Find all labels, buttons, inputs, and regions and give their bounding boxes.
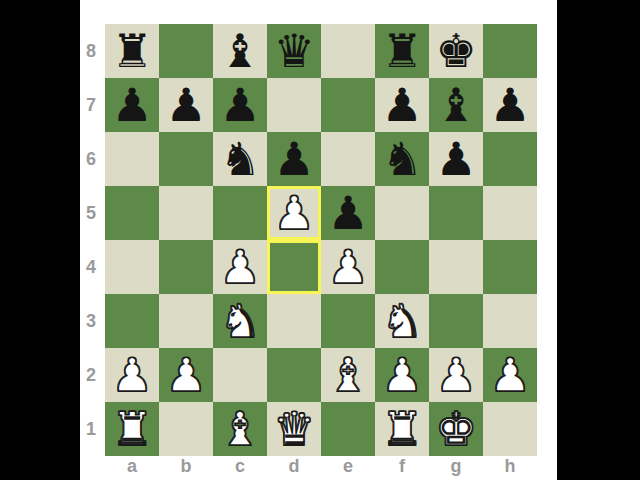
square-e6[interactable] — [321, 132, 375, 186]
square-f5[interactable] — [375, 186, 429, 240]
square-e5[interactable]: ♟ — [321, 186, 375, 240]
piece-black-knight[interactable]: ♞ — [381, 132, 422, 186]
square-f4[interactable] — [375, 240, 429, 294]
square-d8[interactable]: ♛ — [267, 24, 321, 78]
square-f1[interactable]: ♜ — [375, 402, 429, 456]
square-d6[interactable]: ♟ — [267, 132, 321, 186]
square-a1[interactable]: ♜ — [105, 402, 159, 456]
square-g2[interactable]: ♟ — [429, 348, 483, 402]
piece-white-pawn[interactable]: ♟ — [165, 348, 206, 402]
file-label-e: e — [321, 454, 375, 478]
file-label-h: h — [483, 454, 537, 478]
square-b5[interactable] — [159, 186, 213, 240]
piece-white-pawn[interactable]: ♟ — [327, 240, 368, 294]
square-c5[interactable] — [213, 186, 267, 240]
letterbox-right — [557, 0, 640, 480]
square-b4[interactable] — [159, 240, 213, 294]
chess-board: ♜♝♛♜♚♟♟♟♟♝♟♞♟♞♟♟♟♟♟♞♞♟♟♝♟♟♟♜♝♛♜♚ — [105, 24, 537, 456]
piece-black-bishop[interactable]: ♝ — [435, 78, 476, 132]
piece-white-pawn[interactable]: ♟ — [381, 348, 422, 402]
piece-black-pawn[interactable]: ♟ — [165, 78, 206, 132]
square-h6[interactable] — [483, 132, 537, 186]
square-e2[interactable]: ♝ — [321, 348, 375, 402]
square-g7[interactable]: ♝ — [429, 78, 483, 132]
square-g8[interactable]: ♚ — [429, 24, 483, 78]
rank-labels: 87654321 — [80, 24, 102, 456]
piece-black-pawn[interactable]: ♟ — [435, 132, 476, 186]
piece-black-knight[interactable]: ♞ — [219, 132, 260, 186]
square-d4[interactable] — [267, 240, 321, 294]
square-h5[interactable] — [483, 186, 537, 240]
piece-black-pawn[interactable]: ♟ — [489, 78, 530, 132]
square-e7[interactable] — [321, 78, 375, 132]
square-b6[interactable] — [159, 132, 213, 186]
rank-label-5: 5 — [80, 186, 102, 240]
piece-white-knight[interactable]: ♞ — [381, 294, 422, 348]
file-label-c: c — [213, 454, 267, 478]
square-h7[interactable]: ♟ — [483, 78, 537, 132]
rank-label-6: 6 — [80, 132, 102, 186]
square-b7[interactable]: ♟ — [159, 78, 213, 132]
square-a5[interactable] — [105, 186, 159, 240]
square-c1[interactable]: ♝ — [213, 402, 267, 456]
square-g1[interactable]: ♚ — [429, 402, 483, 456]
square-e1[interactable] — [321, 402, 375, 456]
square-c6[interactable]: ♞ — [213, 132, 267, 186]
square-a3[interactable] — [105, 294, 159, 348]
square-d1[interactable]: ♛ — [267, 402, 321, 456]
file-label-d: d — [267, 454, 321, 478]
square-f6[interactable]: ♞ — [375, 132, 429, 186]
piece-white-knight[interactable]: ♞ — [219, 294, 260, 348]
piece-white-bishop[interactable]: ♝ — [219, 402, 260, 456]
letterbox-left — [0, 0, 80, 480]
piece-white-bishop[interactable]: ♝ — [327, 348, 368, 402]
piece-white-rook[interactable]: ♜ — [111, 402, 152, 456]
square-c2[interactable] — [213, 348, 267, 402]
piece-white-queen[interactable]: ♛ — [273, 402, 314, 456]
piece-white-king[interactable]: ♚ — [435, 402, 476, 456]
square-c7[interactable]: ♟ — [213, 78, 267, 132]
file-label-f: f — [375, 454, 429, 478]
file-label-a: a — [105, 454, 159, 478]
square-g5[interactable] — [429, 186, 483, 240]
square-h8[interactable] — [483, 24, 537, 78]
rank-label-3: 3 — [80, 294, 102, 348]
square-g6[interactable]: ♟ — [429, 132, 483, 186]
piece-black-queen[interactable]: ♛ — [273, 24, 314, 78]
square-c4[interactable]: ♟ — [213, 240, 267, 294]
square-a2[interactable]: ♟ — [105, 348, 159, 402]
square-a8[interactable]: ♜ — [105, 24, 159, 78]
file-labels: abcdefgh — [105, 454, 537, 478]
piece-black-pawn[interactable]: ♟ — [273, 132, 314, 186]
piece-black-bishop[interactable]: ♝ — [219, 24, 260, 78]
square-d3[interactable] — [267, 294, 321, 348]
square-b2[interactable]: ♟ — [159, 348, 213, 402]
square-b1[interactable] — [159, 402, 213, 456]
square-d5[interactable]: ♟ — [267, 186, 321, 240]
piece-black-pawn[interactable]: ♟ — [327, 186, 368, 240]
square-b3[interactable] — [159, 294, 213, 348]
piece-black-pawn[interactable]: ♟ — [381, 78, 422, 132]
square-f7[interactable]: ♟ — [375, 78, 429, 132]
piece-black-king[interactable]: ♚ — [435, 24, 476, 78]
rank-label-1: 1 — [80, 402, 102, 456]
rank-label-2: 2 — [80, 348, 102, 402]
square-c3[interactable]: ♞ — [213, 294, 267, 348]
piece-black-pawn[interactable]: ♟ — [219, 78, 260, 132]
piece-white-pawn[interactable]: ♟ — [219, 240, 260, 294]
file-label-g: g — [429, 454, 483, 478]
square-e3[interactable] — [321, 294, 375, 348]
piece-white-pawn[interactable]: ♟ — [489, 348, 530, 402]
square-d2[interactable] — [267, 348, 321, 402]
square-b8[interactable] — [159, 24, 213, 78]
piece-white-pawn[interactable]: ♟ — [273, 186, 314, 240]
rank-label-7: 7 — [80, 78, 102, 132]
square-g4[interactable] — [429, 240, 483, 294]
piece-white-pawn[interactable]: ♟ — [111, 348, 152, 402]
square-f3[interactable]: ♞ — [375, 294, 429, 348]
piece-white-pawn[interactable]: ♟ — [435, 348, 476, 402]
square-c8[interactable]: ♝ — [213, 24, 267, 78]
rank-label-4: 4 — [80, 240, 102, 294]
square-h2[interactable]: ♟ — [483, 348, 537, 402]
square-f2[interactable]: ♟ — [375, 348, 429, 402]
piece-black-rook[interactable]: ♜ — [381, 24, 422, 78]
rank-label-8: 8 — [80, 24, 102, 78]
file-label-b: b — [159, 454, 213, 478]
square-h3[interactable] — [483, 294, 537, 348]
piece-white-rook[interactable]: ♜ — [381, 402, 422, 456]
square-a7[interactable]: ♟ — [105, 78, 159, 132]
piece-black-rook[interactable]: ♜ — [111, 24, 152, 78]
piece-black-pawn[interactable]: ♟ — [111, 78, 152, 132]
square-g3[interactable] — [429, 294, 483, 348]
square-h4[interactable] — [483, 240, 537, 294]
square-h1[interactable] — [483, 402, 537, 456]
square-a4[interactable] — [105, 240, 159, 294]
square-f8[interactable]: ♜ — [375, 24, 429, 78]
square-a6[interactable] — [105, 132, 159, 186]
square-e8[interactable] — [321, 24, 375, 78]
square-e4[interactable]: ♟ — [321, 240, 375, 294]
square-d7[interactable] — [267, 78, 321, 132]
